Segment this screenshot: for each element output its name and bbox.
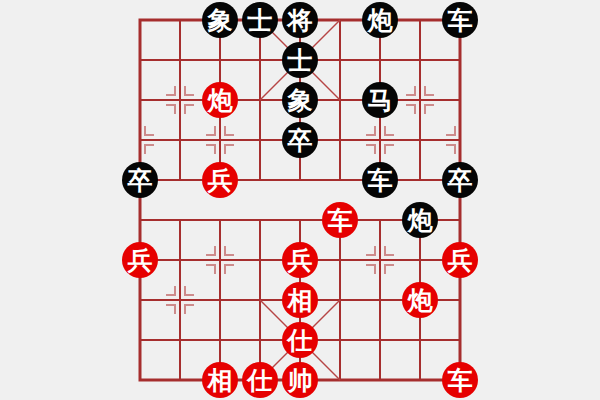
piece-red-soldier[interactable]: 兵 bbox=[202, 162, 238, 198]
piece-red-cannon[interactable]: 炮 bbox=[202, 82, 238, 118]
piece-black-soldier[interactable]: 卒 bbox=[442, 162, 478, 198]
piece-black-advisor[interactable]: 士 bbox=[282, 42, 318, 78]
piece-red-general[interactable]: 帅 bbox=[282, 362, 318, 398]
piece-red-elephant[interactable]: 相 bbox=[282, 282, 318, 318]
piece-red-soldier[interactable]: 兵 bbox=[122, 242, 158, 278]
piece-black-advisor[interactable]: 士 bbox=[242, 2, 278, 38]
piece-red-elephant[interactable]: 相 bbox=[202, 362, 238, 398]
piece-red-cannon[interactable]: 炮 bbox=[402, 282, 438, 318]
piece-black-horse[interactable]: 马 bbox=[362, 82, 398, 118]
piece-red-advisor[interactable]: 仕 bbox=[282, 322, 318, 358]
piece-black-cannon[interactable]: 炮 bbox=[402, 202, 438, 238]
piece-black-chariot[interactable]: 车 bbox=[442, 2, 478, 38]
piece-black-soldier[interactable]: 卒 bbox=[282, 122, 318, 158]
piece-black-soldier[interactable]: 卒 bbox=[122, 162, 158, 198]
piece-red-soldier[interactable]: 兵 bbox=[442, 242, 478, 278]
piece-red-soldier[interactable]: 兵 bbox=[282, 242, 318, 278]
piece-black-cannon[interactable]: 炮 bbox=[362, 2, 398, 38]
piece-red-chariot[interactable]: 车 bbox=[322, 202, 358, 238]
piece-black-elephant[interactable]: 象 bbox=[202, 2, 238, 38]
piece-red-advisor[interactable]: 仕 bbox=[242, 362, 278, 398]
board-grid: 象士将炮车士炮象马卒卒兵车卒车炮兵兵兵相炮仕相仕帅车 bbox=[120, 0, 480, 400]
piece-red-chariot[interactable]: 车 bbox=[442, 362, 478, 398]
piece-black-chariot[interactable]: 车 bbox=[362, 162, 398, 198]
piece-black-elephant[interactable]: 象 bbox=[282, 82, 318, 118]
piece-black-general[interactable]: 将 bbox=[282, 2, 318, 38]
xiangqi-board: 象士将炮车士炮象马卒卒兵车卒车炮兵兵兵相炮仕相仕帅车 bbox=[0, 0, 600, 400]
